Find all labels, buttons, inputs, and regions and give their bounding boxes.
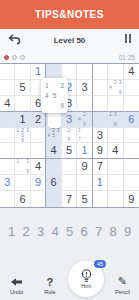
cell-r6c6[interactable]: 1 [77, 143, 92, 159]
cell-r6c4[interactable]: 4 [46, 143, 61, 159]
note-digit: 5 [51, 90, 59, 100]
status-row: 01:25 [0, 52, 139, 63]
cell-r7c1[interactable] [0, 159, 15, 175]
cell-r7c8[interactable] [108, 159, 123, 175]
cell-r8c8[interactable] [108, 175, 123, 191]
cell-r9c3[interactable] [31, 191, 46, 207]
cell-r2c9[interactable] [124, 80, 139, 96]
given-number: 3 [81, 82, 87, 93]
cell-r8c5[interactable] [62, 175, 77, 191]
cell-r4c2[interactable]: 1 [15, 112, 30, 128]
cell-r9c6[interactable]: 5 [77, 191, 92, 207]
cell-r6c3[interactable] [31, 143, 46, 159]
numpad-2[interactable]: 2 [21, 224, 32, 239]
given-number: 9 [128, 194, 134, 205]
cell-r3c7[interactable] [93, 96, 108, 112]
numpad-7[interactable]: 7 [93, 224, 104, 239]
given-number: 4 [112, 145, 118, 156]
pause-icon [125, 34, 127, 43]
cell-r3c6[interactable] [77, 96, 92, 112]
cell-r4c3[interactable]: 2 [31, 112, 46, 128]
game-header: Level 50 [0, 29, 139, 52]
cell-r1c1[interactable] [0, 64, 15, 80]
numpad-9[interactable]: 9 [122, 224, 133, 239]
pencil-notes: 2345 [46, 128, 60, 143]
note-digit: 4 [43, 90, 51, 100]
given-number: 2 [35, 114, 41, 125]
given-number: 9 [97, 145, 103, 156]
given-number: 7 [97, 161, 103, 172]
given-number: 4 [4, 98, 10, 109]
given-number: 9 [81, 161, 87, 172]
cell-r9c5[interactable]: 7 [62, 191, 77, 207]
note-digit: 1 [43, 80, 51, 90]
cell-r6c9[interactable] [124, 143, 139, 159]
cell-r4c1[interactable] [0, 112, 15, 128]
cell-r4c9[interactable]: 6 [124, 112, 139, 128]
cell-r8c1[interactable]: 3 [0, 175, 15, 191]
user-number: 9 [35, 177, 41, 188]
user-number: 3 [4, 177, 10, 188]
cell-r9c1[interactable] [0, 191, 15, 207]
timer: 01:25 [119, 54, 135, 61]
pause-button[interactable] [125, 34, 131, 43]
cell-r8c7[interactable]: 1 [93, 175, 108, 191]
mistake-dots [4, 55, 25, 60]
pencil-label: Pencil [115, 289, 130, 295]
cell-r9c4[interactable] [46, 191, 61, 207]
note-digit: 3 [58, 80, 66, 90]
cell-r5c5[interactable]: 28 [62, 128, 77, 144]
given-number: 7 [66, 194, 72, 205]
cell-r8c6[interactable] [77, 175, 92, 191]
cell-r8c2[interactable] [15, 175, 30, 191]
cell-r2c8[interactable]: 2349 [108, 80, 123, 96]
sudoku-grid: 1452323494681232481286123582345281734519… [0, 63, 139, 208]
pencil-notes: 12358 [15, 128, 29, 143]
cell-r4c7[interactable] [93, 112, 108, 128]
cell-r7c2[interactable]: 139 [15, 159, 30, 175]
given-number: 1 [20, 114, 26, 125]
cell-r7c9[interactable] [124, 159, 139, 175]
given-number: 3 [97, 130, 103, 141]
number-pad: 123456789 [0, 208, 139, 239]
pencil-notes: 128 [108, 112, 122, 127]
pencil-notes: 248 [77, 112, 91, 127]
mistake-dot-3 [20, 55, 25, 60]
cell-r5c3[interactable] [31, 128, 46, 144]
user-number: 1 [35, 66, 41, 77]
cell-r5c1[interactable] [0, 128, 15, 144]
given-number: 5 [66, 145, 72, 156]
cell-r9c9[interactable]: 9 [124, 191, 139, 207]
note-digit: 9 [25, 169, 30, 174]
cell-r6c1[interactable] [0, 143, 15, 159]
cell-r4c8[interactable]: 128 [108, 112, 123, 128]
given-number: 6 [50, 177, 56, 188]
cell-r2c1[interactable] [0, 80, 15, 96]
cell-r1c7[interactable] [93, 64, 108, 80]
cell-r4c5[interactable]: 3 [62, 112, 77, 128]
note-digit: 9 [58, 101, 66, 111]
undo-button[interactable]: Undo [2, 275, 32, 295]
given-number: 5 [81, 194, 87, 205]
banner-label: TIPS&NOTES [35, 9, 104, 20]
notes-magnifier-popup: 13459 [41, 78, 68, 113]
cell-r5c6[interactable]: 17 [77, 128, 92, 144]
cell-r7c6[interactable]: 9 [77, 159, 92, 175]
cell-r6c5[interactable]: 5 [62, 143, 77, 159]
user-number: 1 [97, 177, 103, 188]
cell-r9c7[interactable] [93, 191, 108, 207]
cell-r7c5[interactable] [62, 159, 77, 175]
cell-r8c3[interactable]: 9 [31, 175, 46, 191]
cell-r5c8[interactable] [108, 128, 123, 144]
tips-and-notes-banner[interactable]: TIPS&NOTES [0, 0, 139, 29]
pencil-notes: 17 [77, 128, 91, 143]
cell-r2c6[interactable]: 3 [77, 80, 92, 96]
lightbulb-icon [80, 269, 93, 282]
numpad-5[interactable]: 5 [64, 224, 75, 239]
cell-r8c4[interactable]: 6 [46, 175, 61, 191]
user-number: 1 [81, 145, 87, 156]
cell-r9c8[interactable] [108, 191, 123, 207]
hint-count-badge: 45 [94, 260, 106, 268]
undo-arrow-icon [10, 275, 23, 288]
hint-label: Hint [81, 283, 91, 289]
user-number: 3 [66, 114, 72, 125]
question-mark-icon: ? [47, 275, 54, 288]
given-number: 5 [20, 82, 26, 93]
user-number: 6 [128, 114, 134, 125]
cell-r7c7[interactable]: 7 [93, 159, 108, 175]
cell-r2c7[interactable] [93, 80, 108, 96]
cell-r9c2[interactable]: 6 [15, 191, 30, 207]
undo-label: Undo [10, 289, 23, 295]
rule-button[interactable]: ?Rule [35, 275, 65, 295]
cell-r1c8[interactable] [108, 64, 123, 80]
note-digit: 9 [118, 90, 123, 95]
back-arrow-icon [8, 34, 21, 45]
cell-r5c9[interactable] [124, 128, 139, 144]
cell-r6c7[interactable]: 9 [93, 143, 108, 159]
pencil-icon: ✎ [118, 275, 127, 288]
cell-r8c9[interactable] [124, 175, 139, 191]
numpad-3[interactable]: 3 [35, 224, 46, 239]
bottom-panel: 123456789 Undo?RuleHint45✎Pencil [0, 208, 139, 300]
cell-r4c6[interactable]: 248 [77, 112, 92, 128]
mistake-dot-2 [12, 55, 17, 60]
pencil-button[interactable]: ✎Pencil [107, 275, 137, 295]
cell-r7c3[interactable]: 4 [31, 159, 46, 175]
cell-r3c8[interactable] [108, 96, 123, 112]
given-number: 4 [128, 66, 134, 77]
hint-button[interactable]: Hint45 [68, 261, 104, 297]
notes-popup-tail [48, 111, 61, 128]
cell-r5c4[interactable]: 2345 [46, 128, 61, 144]
pencil-notes: 139 [15, 159, 29, 174]
toolbar: Undo?RuleHint45✎Pencil [0, 261, 139, 295]
cell-r2c2[interactable]: 5 [15, 80, 30, 96]
given-number: 6 [20, 194, 26, 205]
cell-r3c1[interactable]: 4 [0, 96, 15, 112]
cell-r5c2[interactable]: 12358 [15, 128, 30, 144]
numpad-6[interactable]: 6 [79, 224, 90, 239]
cell-r3c2[interactable] [15, 96, 30, 112]
cell-r5c7[interactable]: 3 [93, 128, 108, 144]
mistake-dot-1 [4, 55, 9, 60]
rule-label: Rule [44, 289, 55, 295]
numpad-8[interactable]: 8 [108, 224, 119, 239]
back-button[interactable] [6, 31, 22, 47]
pencil-notes: 28 [62, 128, 76, 143]
cell-r6c8[interactable]: 4 [108, 143, 123, 159]
cell-r6c2[interactable] [15, 143, 30, 159]
pencil-notes: 2349 [108, 80, 122, 95]
cell-r7c4[interactable] [46, 159, 61, 175]
cell-r1c9[interactable]: 4 [124, 64, 139, 80]
numpad-1[interactable]: 1 [6, 224, 17, 239]
numpad-4[interactable]: 4 [50, 224, 61, 239]
given-number: 4 [35, 161, 41, 172]
given-number: 4 [50, 145, 56, 156]
cell-r3c9[interactable] [124, 96, 139, 112]
cell-r1c6[interactable] [77, 64, 92, 80]
cell-r1c2[interactable] [15, 64, 30, 80]
